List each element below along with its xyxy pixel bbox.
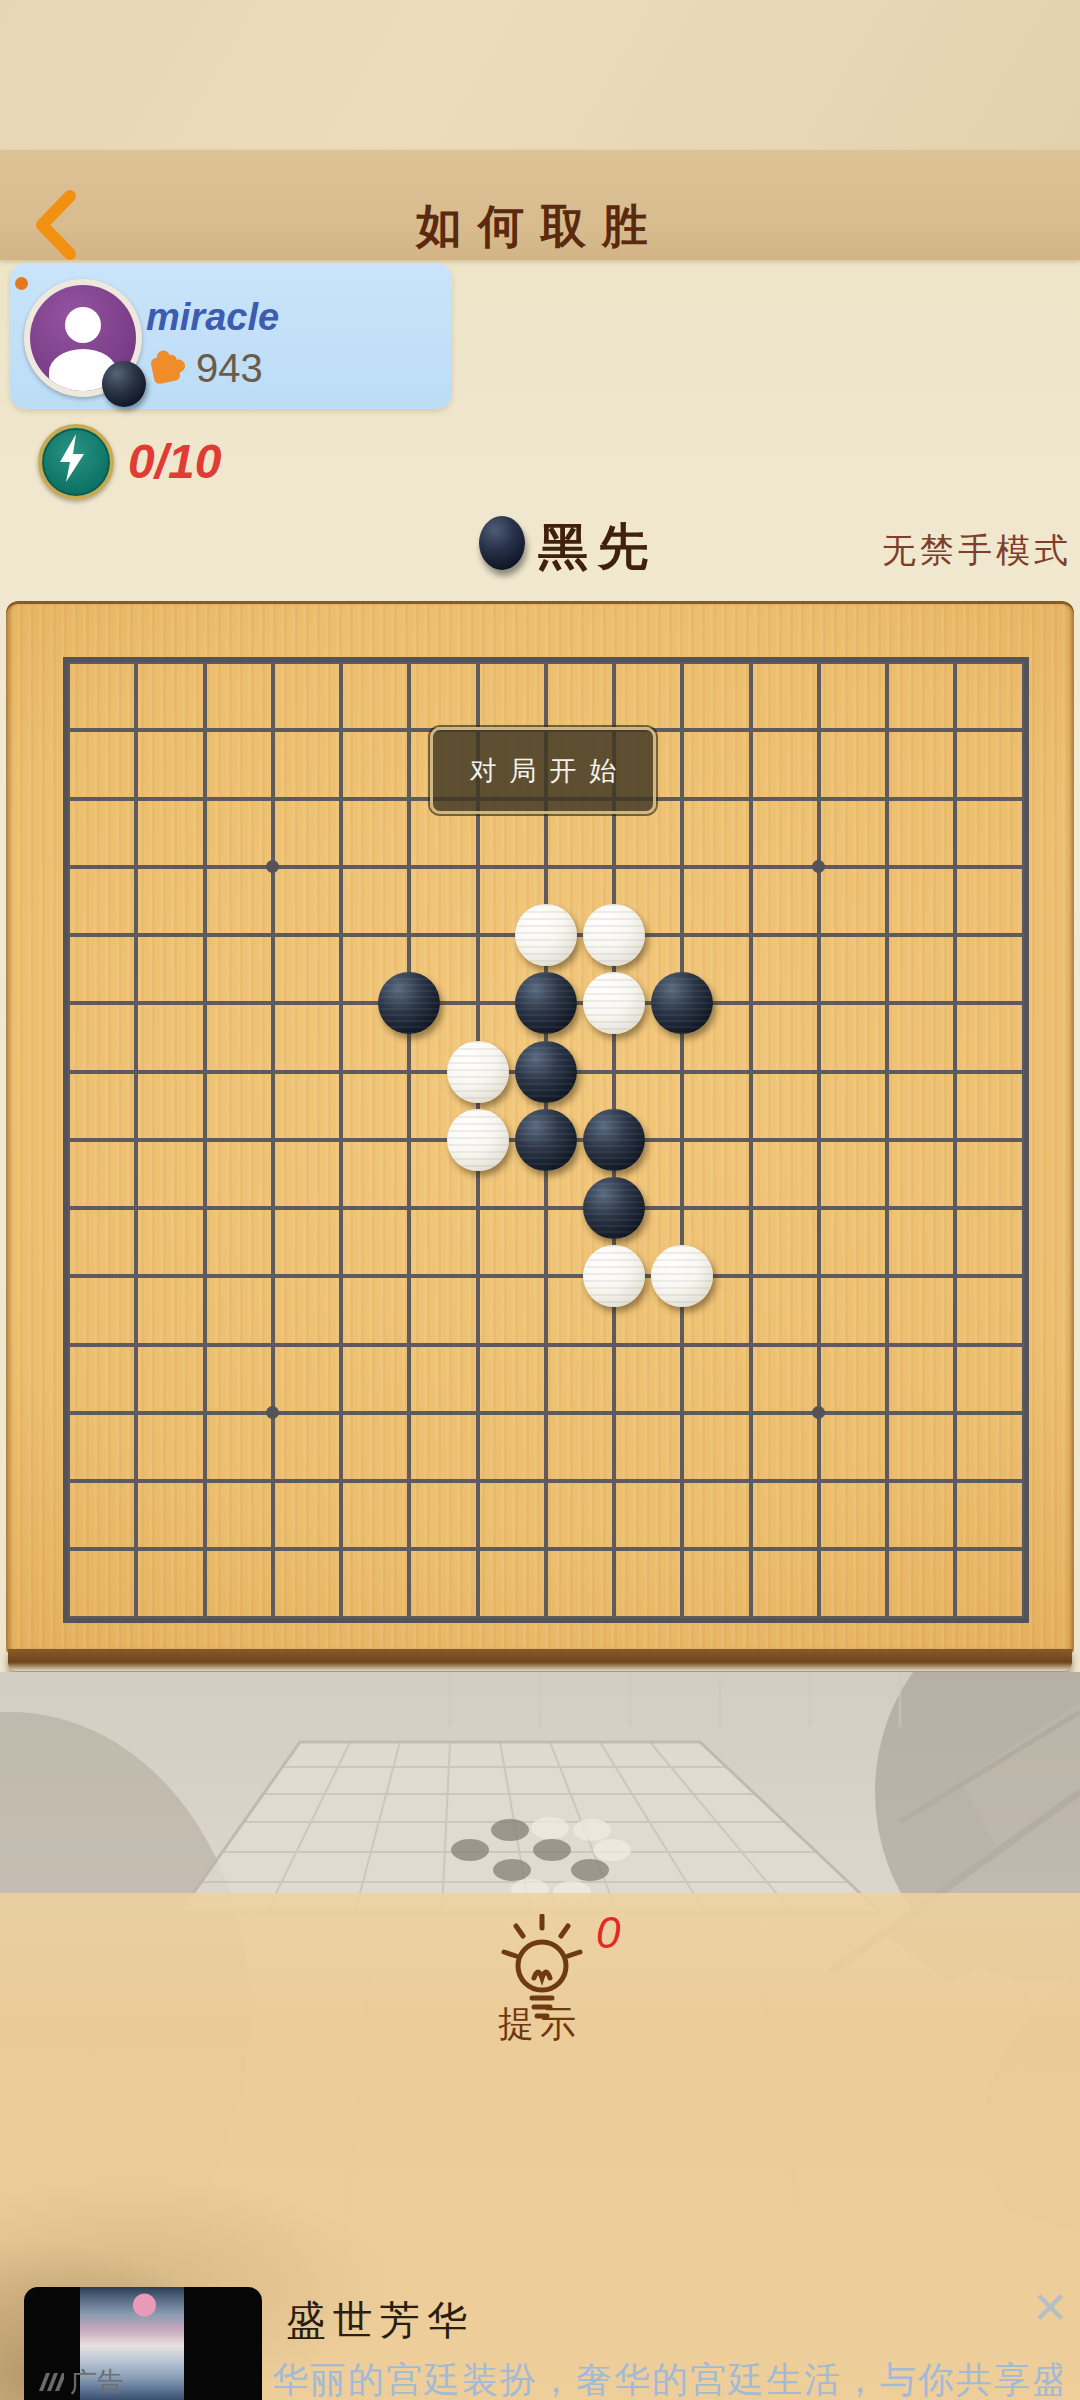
board-stone-black[interactable]: [583, 1177, 645, 1239]
hint-label: 提示: [470, 2000, 610, 2049]
gomoku-board[interactable]: 对局开始: [6, 601, 1074, 1673]
board-stone-white[interactable]: [583, 1245, 645, 1307]
app-screen: 如何取胜 miracle 943 0/10 黑先 无禁手模式 对局开始: [0, 0, 1080, 2400]
board-stone-black[interactable]: [583, 1109, 645, 1171]
status-strip: [0, 0, 1080, 150]
ad-badge-icon: [38, 2369, 64, 2395]
board-stone-white[interactable]: [447, 1109, 509, 1171]
energy-lightning-icon: [42, 428, 102, 488]
ad-description[interactable]: 华丽的宫廷装扮，奢华的宫廷生活，与你共享盛世…: [272, 2356, 1062, 2400]
board-stone-black[interactable]: [515, 972, 577, 1034]
player-score: 943: [196, 346, 263, 391]
player-color-stone-black: [102, 361, 146, 407]
hint-button[interactable]: 0 提示: [470, 1900, 610, 2050]
energy-badge[interactable]: [38, 424, 114, 500]
board-stone-black[interactable]: [515, 1041, 577, 1103]
ad-close-icon[interactable]: ✕: [1022, 2280, 1078, 2336]
board-stone-white[interactable]: [583, 904, 645, 966]
notification-dot: [15, 277, 28, 290]
ad-title[interactable]: 盛世芳华: [286, 2293, 474, 2348]
board-stone-white[interactable]: [583, 972, 645, 1034]
game-start-banner-text: 对局开始: [457, 753, 630, 789]
puzzle-score-icon: [147, 347, 187, 387]
turn-label: 黑先: [538, 514, 658, 581]
page-title: 如何取胜: [0, 196, 1080, 258]
ad-badge-label: 广告: [70, 2364, 124, 2400]
board-stone-white[interactable]: [447, 1041, 509, 1103]
hint-count: 0: [596, 1908, 620, 1958]
turn-stone-black: [479, 516, 525, 570]
board-stone-white[interactable]: [515, 904, 577, 966]
energy-count: 0/10: [128, 434, 221, 489]
ad-thumbnail[interactable]: 广告: [24, 2287, 262, 2400]
avatar-head: [65, 307, 101, 343]
board-stone-black[interactable]: [515, 1109, 577, 1171]
player-name: miracle: [146, 296, 279, 339]
game-start-banner: 对局开始: [430, 727, 656, 814]
ad-badge: 广告: [38, 2367, 124, 2397]
mode-label: 无禁手模式: [882, 528, 1072, 574]
